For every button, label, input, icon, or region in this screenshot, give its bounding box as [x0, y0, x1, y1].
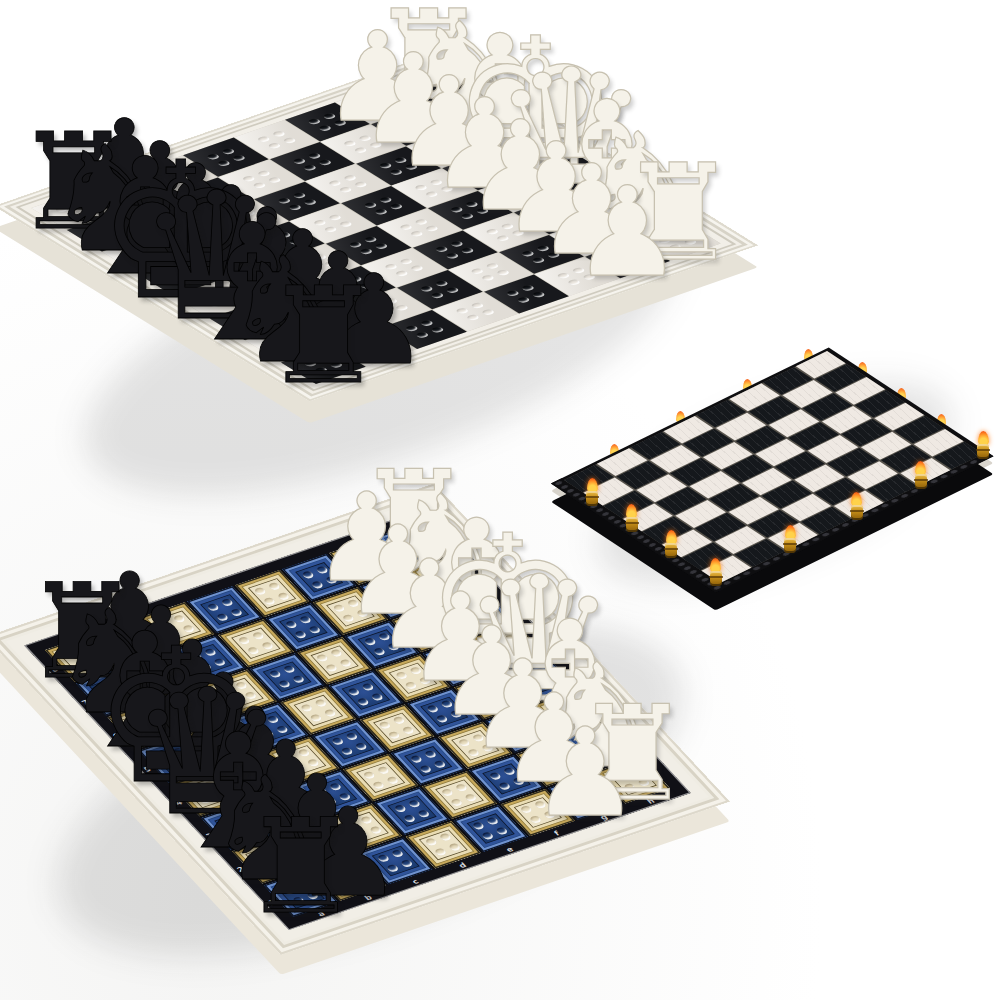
torch-piece — [625, 504, 639, 532]
stud — [294, 630, 308, 639]
stud — [434, 246, 450, 253]
stud — [370, 692, 384, 701]
stud — [338, 186, 354, 193]
stud — [325, 664, 339, 673]
stud — [345, 732, 359, 741]
stud — [448, 843, 462, 852]
stud-cluster — [409, 749, 447, 773]
stud — [307, 152, 323, 159]
stud — [342, 174, 358, 181]
stud — [302, 164, 318, 171]
stud — [398, 224, 414, 231]
stud — [353, 181, 369, 188]
stud — [531, 291, 547, 298]
stud-cluster — [363, 196, 405, 215]
stud — [378, 196, 394, 203]
stud — [424, 225, 440, 232]
stud — [470, 302, 486, 309]
stud — [433, 848, 447, 857]
stud — [266, 142, 282, 149]
stud — [373, 208, 389, 215]
stud — [418, 764, 432, 773]
stud-cluster — [470, 262, 512, 281]
stud-cluster — [455, 302, 497, 321]
stud — [449, 240, 465, 247]
stud — [361, 682, 375, 691]
stud — [460, 247, 476, 254]
stud — [481, 831, 495, 840]
torch-piece — [976, 431, 990, 459]
stud — [454, 783, 468, 792]
stud — [220, 598, 234, 607]
stud — [472, 821, 486, 830]
stud — [438, 833, 452, 842]
stud — [392, 716, 406, 725]
stud — [276, 592, 290, 601]
stud — [409, 230, 425, 237]
stud — [516, 296, 532, 303]
scene-product-photo: ♜♞♝♚♛♝♞♜♟♟♟♟♟♟♟♟♟♟♟♟♟♟♟♟♜♞♝♚♛♝♞♜87654321… — [0, 0, 1000, 1000]
torch-piece — [664, 530, 678, 558]
stud — [407, 799, 421, 808]
stud — [308, 625, 322, 634]
stud-cluster — [398, 218, 440, 237]
stud-cluster — [424, 833, 462, 857]
stud — [356, 697, 370, 706]
stud — [267, 582, 281, 591]
stud — [465, 314, 481, 321]
stud — [363, 202, 379, 209]
stud — [347, 687, 361, 696]
stud-cluster — [434, 240, 476, 259]
stud — [433, 759, 447, 768]
stud-cluster — [472, 817, 510, 841]
stud — [402, 814, 416, 823]
torch-base — [626, 517, 638, 532]
stud — [445, 287, 461, 294]
white-pawn[interactable]: ♟ — [531, 712, 640, 834]
stud-cluster — [440, 783, 478, 807]
torch-base — [710, 571, 722, 586]
stud — [480, 274, 496, 281]
stud — [271, 130, 287, 137]
stud — [480, 309, 496, 316]
stud — [378, 721, 392, 730]
stud — [464, 793, 478, 802]
black-rook[interactable]: ♜ — [242, 801, 360, 932]
stud-cluster — [284, 615, 322, 639]
torch-piece — [709, 558, 723, 586]
stud — [485, 262, 501, 269]
stud — [401, 726, 415, 735]
stud-cluster — [378, 716, 416, 740]
stud-cluster — [505, 285, 547, 304]
stud-cluster — [315, 649, 353, 673]
torch-piece — [783, 525, 797, 553]
stud — [416, 809, 430, 818]
stud — [413, 218, 429, 225]
stud — [315, 654, 329, 663]
stud — [327, 179, 343, 186]
stud — [262, 596, 276, 605]
stud — [298, 615, 312, 624]
stud — [430, 326, 446, 333]
stud — [486, 817, 500, 826]
stud — [440, 788, 454, 797]
stud — [317, 159, 333, 166]
stud — [284, 620, 298, 629]
stud — [387, 731, 401, 740]
stud — [455, 307, 471, 314]
torch-base — [851, 505, 863, 520]
stud — [430, 292, 446, 299]
torch-piece — [914, 461, 928, 489]
stud-cluster — [347, 682, 385, 706]
stud — [306, 118, 322, 125]
stud — [409, 754, 423, 763]
stud — [253, 586, 267, 595]
stud — [505, 290, 521, 297]
torch-base — [784, 538, 796, 553]
black-rook[interactable]: ♜ — [264, 269, 383, 402]
stud-cluster — [291, 152, 333, 171]
stud — [376, 766, 390, 775]
stud — [445, 252, 461, 259]
stud — [470, 268, 486, 275]
torch-base — [977, 444, 989, 459]
stud-cluster — [327, 174, 369, 193]
torch-piece — [850, 492, 864, 520]
stud — [495, 827, 509, 836]
stud — [495, 269, 511, 276]
stud — [313, 699, 327, 708]
stud — [330, 649, 344, 658]
stud — [339, 659, 353, 668]
torch-base — [915, 474, 927, 489]
stud — [423, 749, 437, 758]
stud-cluster — [253, 582, 291, 606]
stud — [424, 838, 438, 847]
stud — [450, 798, 464, 807]
stud — [389, 203, 405, 210]
stud — [434, 280, 450, 287]
stud — [282, 137, 298, 144]
white-pawn[interactable]: ♟ — [572, 171, 683, 295]
stud — [520, 285, 536, 292]
torch-base — [665, 543, 677, 558]
